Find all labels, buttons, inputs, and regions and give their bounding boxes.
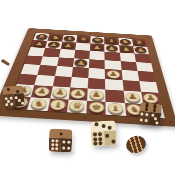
piece-black-knight-g8: ♞ [119,39,131,45]
die-light-center [90,120,116,146]
die-face-right-4 [61,138,73,152]
piece-black-pawn-g7: ♟ [120,46,132,53]
die-pip [56,140,59,143]
piece-white-pawn-f4: ♟ [107,70,121,79]
piece-black-pawn-d5: ♟ [74,59,87,67]
die-pip [108,126,112,130]
piece-white-pawn-d2: ♟ [70,89,85,99]
die-pip [55,143,58,146]
die-pip [140,119,143,122]
piece-white-pawn-e2: ♟ [89,90,104,100]
piece-black-pawn-a7: ♟ [32,41,46,48]
black-bishop-icon: ♝ [107,38,115,43]
die-pip [156,121,159,124]
black-queen-icon: ♛ [79,37,87,42]
die-pip [94,122,98,126]
die-pip [144,119,147,122]
white-bishop-icon: ♝ [52,100,64,109]
die-pip [63,141,66,144]
black-pawn-icon: ♟ [93,45,101,50]
black-pawn-icon: ♟ [108,46,116,51]
die-pip [55,147,58,150]
die-pip [51,139,54,142]
piece-black-pawn-f7: ♟ [106,45,118,52]
black-bishop-icon: ♝ [65,36,73,41]
die-pip [94,141,98,145]
die-pip [101,124,105,128]
black-knight-icon: ♞ [121,39,129,44]
die-face-right-3 [14,93,25,106]
piece-black-pawn-h7: ♟ [134,47,147,54]
die-pip [10,102,13,105]
black-pawn-icon: ♟ [77,60,86,66]
piece-white-pawn-c2: ♟ [52,88,68,98]
piece-white-pawn-b2: ♟ [33,87,50,97]
black-rook-icon: ♜ [37,34,46,39]
die-pip [67,147,70,150]
die-dark-lower-left [49,129,73,153]
die-pip [51,147,54,150]
white-pawn-icon: ♟ [73,90,84,98]
die-pip [141,113,144,116]
die-pip [16,90,19,93]
die-pip [105,133,109,137]
piece-white-pawn-g2: ♟ [125,92,141,102]
white-pawn-icon: ♟ [91,91,101,99]
die-pip [21,101,24,104]
white-queen-icon: ♛ [71,102,82,111]
black-pawn-icon: ♟ [35,41,44,46]
piece-black-bishop-c8: ♝ [63,35,75,41]
square-d1: ♛ [67,99,87,113]
white-pawn-icon: ♟ [36,87,48,95]
die-dark-right [138,102,163,127]
black-rook-icon: ♜ [135,40,144,45]
white-king-icon: ♚ [91,103,102,112]
die-pip [98,141,102,145]
piece-black-queen-d8: ♛ [78,36,90,42]
white-pawn-icon: ♟ [109,71,118,78]
piece-black-king-e8: ♚ [92,37,103,43]
white-knight-icon: ♞ [33,99,46,107]
piece-white-bishop-c1: ♝ [49,99,66,110]
black-pawn-icon: ♟ [122,46,131,51]
wooden-pin [1,59,10,66]
frame-dowel-pins-icon [31,30,33,31]
die-pip [62,147,65,150]
black-pawn-icon: ♟ [136,47,145,52]
white-pawn-icon: ♟ [127,93,138,101]
piece-black-pawn-c7: ♟ [62,42,75,49]
piece-white-queen-d1: ♛ [69,101,85,112]
die-pip [7,87,10,90]
piece-black-pawn-b7: ♟ [47,41,60,48]
piece-black-rook-a8: ♜ [35,34,48,40]
piece-white-king-e1: ♚ [88,102,104,113]
die-face-left-6 [91,131,105,147]
die-pip [67,141,70,144]
die-pip [59,132,62,135]
black-king-icon: ♚ [94,38,102,43]
die-face-right-3 [149,112,161,126]
square-c1: ♝ [47,98,68,112]
black-knight-icon: ♞ [51,35,60,40]
piece-black-rook-h8: ♜ [133,40,145,46]
die-pip [111,139,115,143]
black-pawn-icon: ♟ [49,42,58,47]
square-e1: ♚ [86,100,106,114]
white-pawn-icon: ♟ [145,94,157,102]
die-pip [145,113,148,116]
die-face-left-6 [49,138,61,152]
piece-white-bishop-f1: ♝ [108,103,124,114]
black-pawn-icon: ♟ [64,43,73,48]
product-photo-scene: ♜♞♝♛♚♝♞♜♟♟♟♟♟♟♟♟♟♟♟♟♟♟♟♟♜♞♝♛♚♝♞♜ [0,0,175,175]
piece-white-knight-b1: ♞ [30,98,48,109]
piece-black-knight-b8: ♞ [49,35,62,41]
die-pip [51,143,54,146]
die-face-right-2 [104,130,117,146]
piece-black-bishop-f8: ♝ [106,38,117,44]
white-bishop-icon: ♝ [110,104,121,113]
square-f1: ♝ [106,101,126,115]
die-dark-upper-left [2,85,25,108]
die-pip [5,103,8,106]
white-pawn-icon: ♟ [55,88,66,96]
piece-black-pawn-e7: ♟ [91,44,103,51]
